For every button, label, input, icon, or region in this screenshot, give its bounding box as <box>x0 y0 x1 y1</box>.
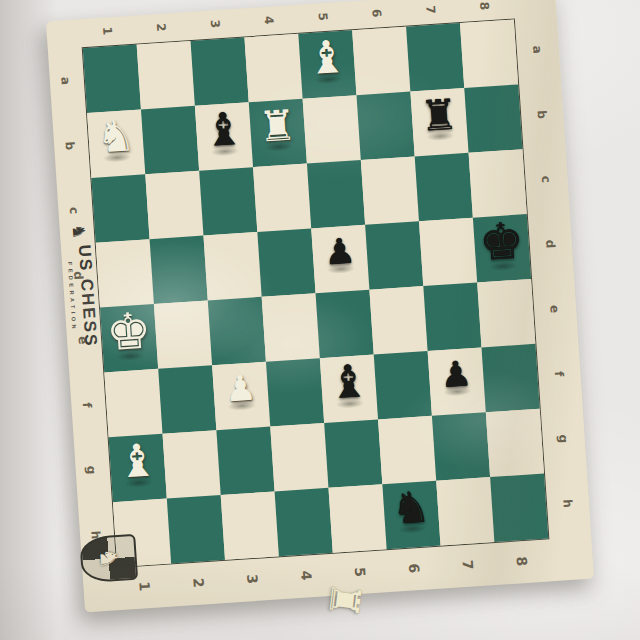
square-a3 <box>191 37 249 105</box>
square-f4 <box>266 358 324 426</box>
square-d8: ♚ <box>473 214 531 282</box>
black-bishop-b3: ♝ <box>202 106 245 154</box>
square-e2 <box>154 300 212 368</box>
square-a1 <box>83 45 141 113</box>
board-grid: ♝♞♝♜♜♟♚♚♟♝♟♝♞ <box>82 18 550 568</box>
square-a8 <box>460 20 518 88</box>
square-d2 <box>150 236 208 304</box>
square-h5 <box>328 484 386 552</box>
square-d7 <box>419 218 477 286</box>
logo-subtext: FEDERATION <box>67 262 78 333</box>
captured-white-rook: ♜ <box>323 580 367 620</box>
white-bishop-g1: ♝ <box>116 437 159 485</box>
square-f5: ♝ <box>320 355 378 423</box>
knight-logo-icon: ♞ <box>70 223 88 239</box>
white-bishop-a5: ♝ <box>305 34 348 82</box>
square-f1 <box>104 369 162 437</box>
square-e6 <box>369 286 427 354</box>
square-b3: ♝ <box>195 102 253 170</box>
square-h7 <box>436 477 494 545</box>
square-e1: ♚ <box>100 304 158 372</box>
square-d3 <box>203 232 261 300</box>
square-e4 <box>262 293 320 361</box>
square-e3 <box>208 297 266 365</box>
square-c4 <box>253 164 311 232</box>
black-rook-b7: ♜ <box>419 93 459 137</box>
square-e5 <box>316 290 374 358</box>
square-d5: ♟ <box>311 225 369 293</box>
square-g3 <box>216 427 274 495</box>
square-g1: ♝ <box>109 434 167 502</box>
square-c2 <box>145 171 203 239</box>
square-c7 <box>415 153 473 221</box>
square-a2 <box>137 41 195 109</box>
square-b1: ♞ <box>87 109 145 177</box>
square-g6 <box>378 416 436 484</box>
white-knight-b1: ♞ <box>95 114 136 159</box>
square-b5 <box>303 95 361 163</box>
square-g2 <box>163 430 221 498</box>
square-c3 <box>199 167 257 235</box>
square-g7 <box>432 412 490 480</box>
square-g5 <box>324 419 382 487</box>
square-a6 <box>352 27 410 95</box>
square-a4 <box>244 34 302 102</box>
square-c5 <box>307 160 365 228</box>
square-c6 <box>361 156 419 224</box>
square-f7: ♟ <box>428 347 486 415</box>
white-king-e1: ♚ <box>105 305 153 358</box>
black-pawn-d5: ♟ <box>323 234 357 271</box>
square-d6 <box>365 221 423 289</box>
square-c1 <box>91 174 149 242</box>
square-h6: ♞ <box>382 481 440 549</box>
square-g8 <box>486 409 544 477</box>
square-e7 <box>423 283 481 351</box>
black-pawn-f7: ♟ <box>439 356 473 393</box>
square-e8 <box>477 279 535 347</box>
square-h8 <box>490 474 548 542</box>
square-b4: ♜ <box>249 99 307 167</box>
square-a5: ♝ <box>298 30 356 98</box>
black-knight-h6: ♞ <box>390 485 431 530</box>
square-h4 <box>275 488 333 556</box>
square-f3: ♟ <box>212 362 270 430</box>
square-b8 <box>464 84 522 152</box>
square-f8 <box>481 344 539 412</box>
square-a7 <box>406 23 464 91</box>
square-b2 <box>141 106 199 174</box>
square-d1 <box>96 239 154 307</box>
square-f2 <box>158 365 216 433</box>
square-f6 <box>374 351 432 419</box>
square-d4 <box>257 228 315 296</box>
black-king-d8: ♚ <box>477 215 525 268</box>
chess-board: 12345678 12345678 abcdefgh abcdefgh ♝♞♝♜… <box>46 0 594 612</box>
square-b6 <box>357 92 415 160</box>
square-h2 <box>167 495 225 563</box>
shield-knight-icon: ♞ <box>94 547 123 570</box>
square-c8 <box>469 149 527 217</box>
black-bishop-f5: ♝ <box>327 358 370 406</box>
us-chess-shield-icon: ♞ <box>79 534 138 584</box>
white-rook-b4: ♜ <box>257 104 297 148</box>
white-pawn-f3: ♟ <box>224 370 258 407</box>
square-g4 <box>270 423 328 491</box>
square-h3 <box>221 491 279 559</box>
square-b7: ♜ <box>410 88 468 156</box>
